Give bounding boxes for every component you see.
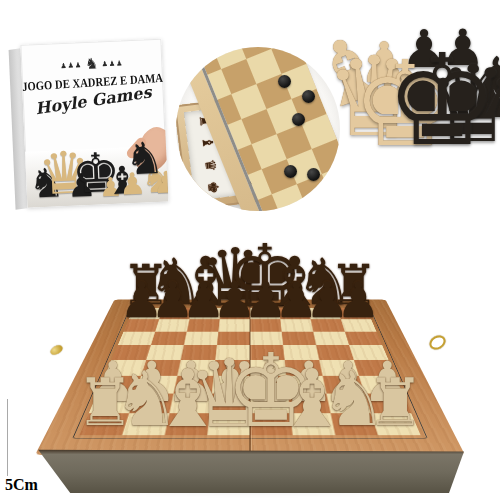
pawn-logo-icon: ♟♟♟: [60, 61, 82, 70]
tray-piece-q: ♛: [203, 158, 218, 172]
checker-disc: [307, 168, 320, 181]
checker-disc: [284, 165, 297, 178]
box-logo: ♟♟♟♞♟♟♟: [21, 53, 163, 75]
photo-piece-dark-n: ♞: [124, 136, 165, 182]
product-box: ♟♟♟♞♟♟♟ JOGO DE XADREZ E DAMA Hoyle Game…: [8, 39, 168, 214]
chess-piece-white-r: ♜: [366, 369, 424, 434]
product-photo: ♟♟♟♞♟♟♟ JOGO DE XADREZ E DAMA Hoyle Game…: [0, 0, 500, 500]
checker-disc: [292, 113, 305, 126]
tray-piece-k: ♚: [206, 180, 221, 194]
chess-piece-black-p: ♟: [336, 276, 380, 325]
box-photo-strip: ♞♛♟♚♟♝♟♞♞♟: [25, 146, 168, 208]
checker-disc: [278, 75, 291, 88]
pawn-logo-icon: ♟♟♟: [101, 59, 123, 68]
box-face: ♟♟♟♞♟♟♟ JOGO DE XADREZ E DAMA Hoyle Game…: [20, 39, 168, 208]
inset-circle: ♜♟♝♞♛♟♚♝: [176, 47, 340, 211]
knight-logo-icon: ♞: [85, 55, 99, 74]
checker-disc: [302, 90, 315, 103]
